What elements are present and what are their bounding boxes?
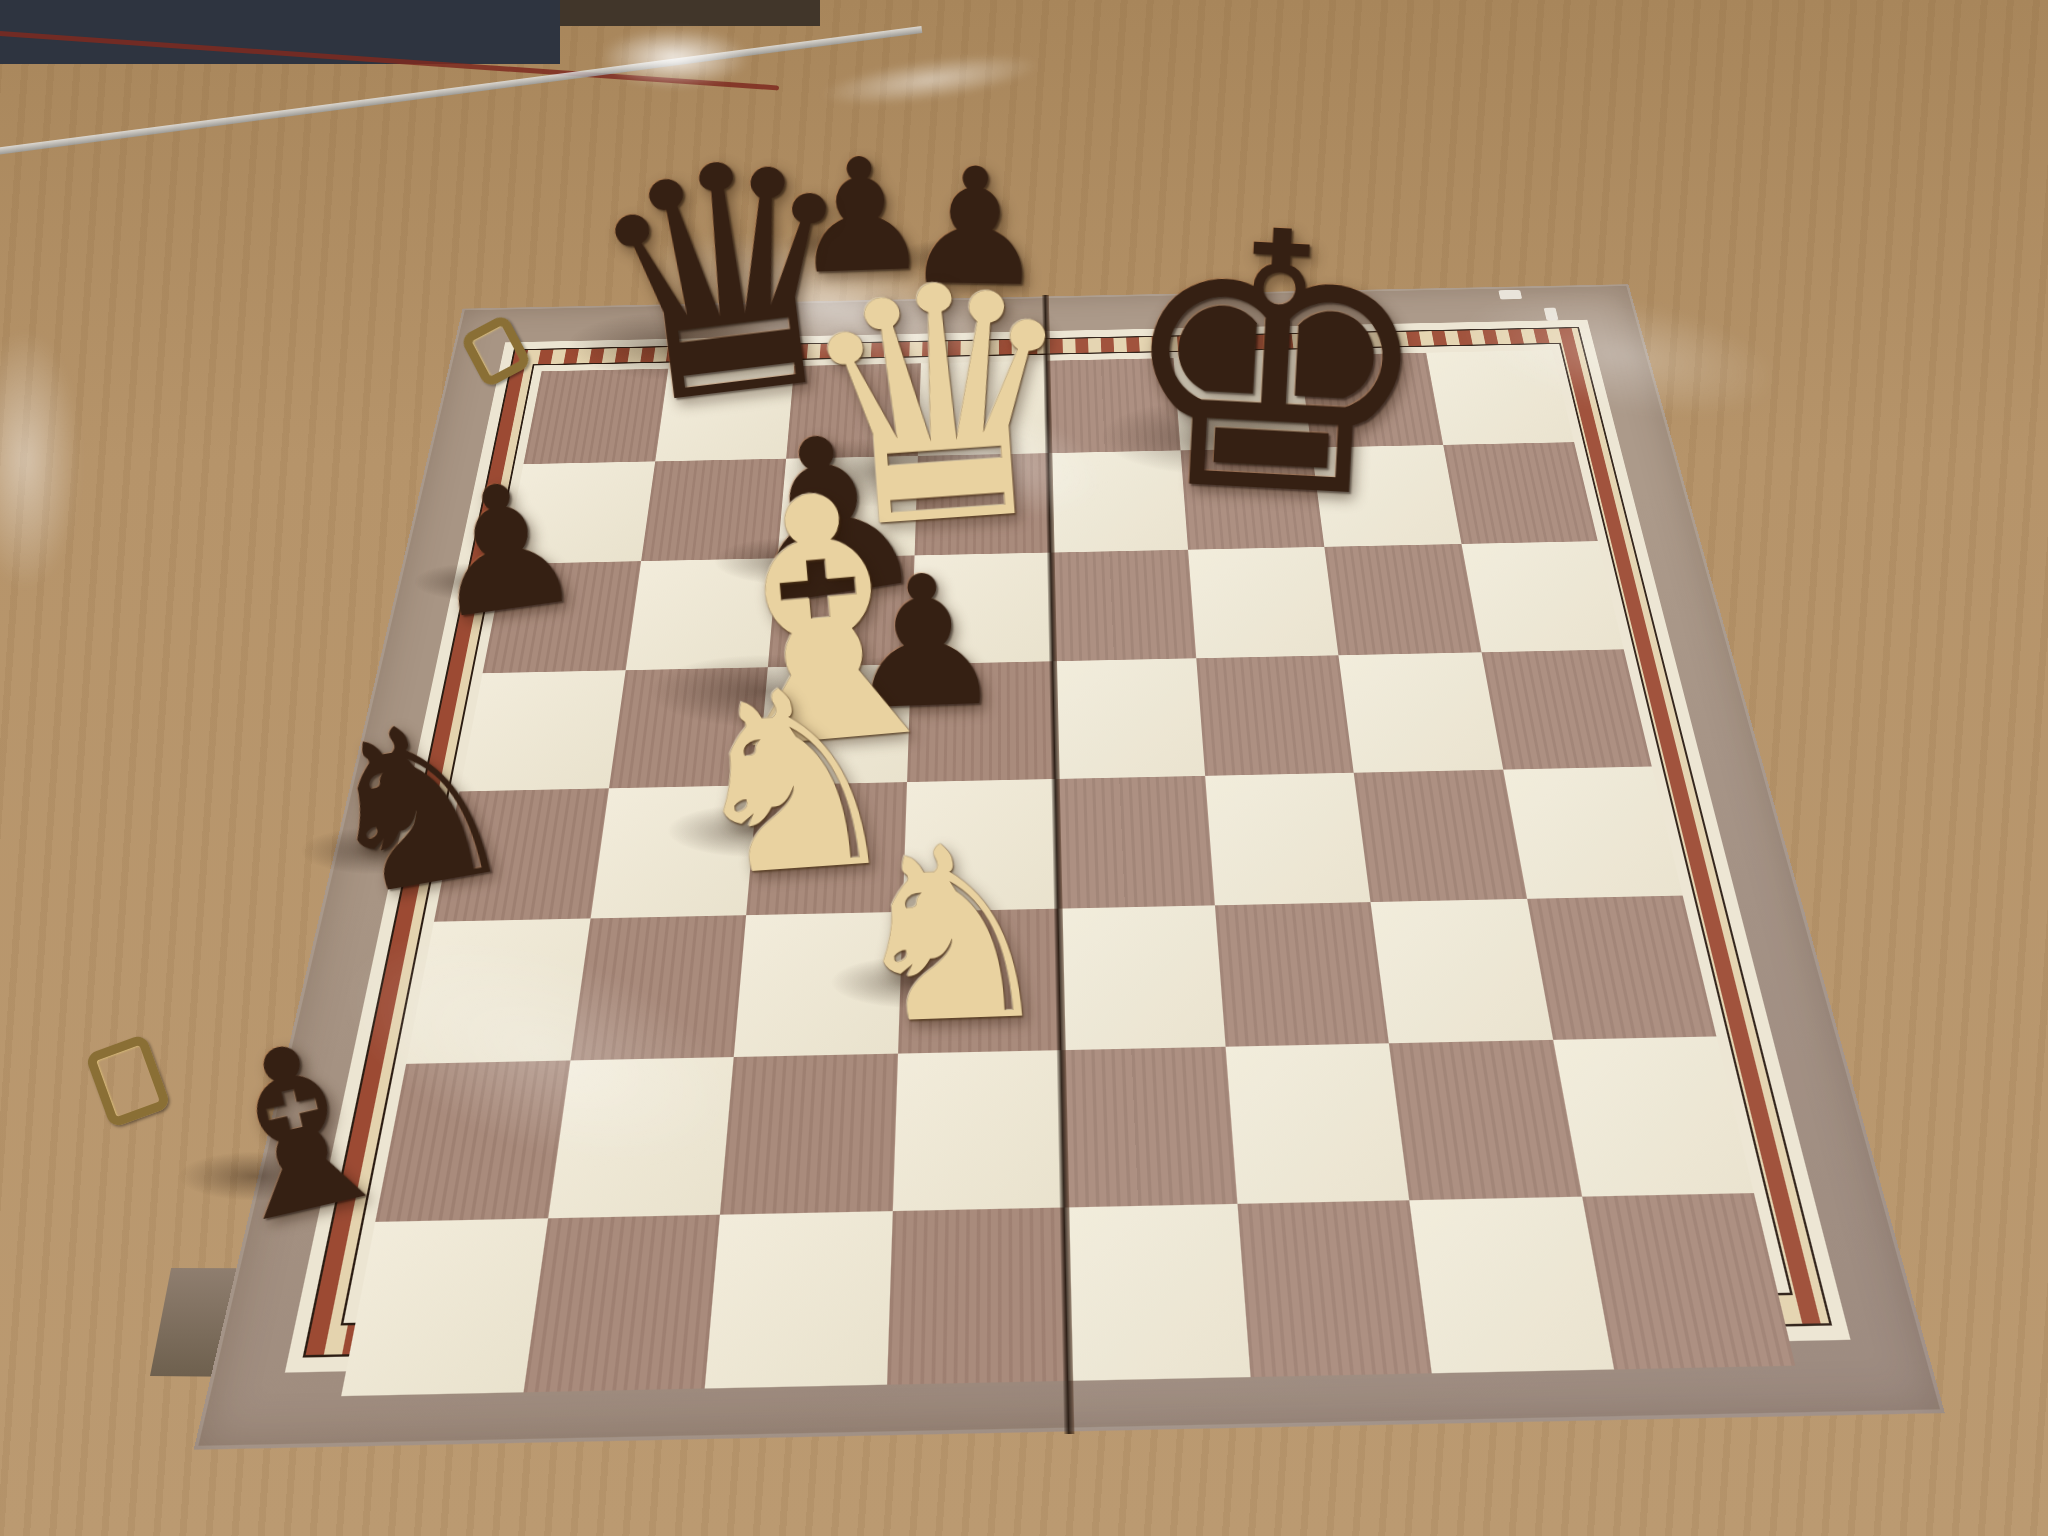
- frame-chip: [1498, 290, 1522, 300]
- square-d1: [886, 1207, 1068, 1385]
- piece-dark-king-f6: ♚: [1112, 179, 1444, 451]
- piece-dark-bishop-a1: ♝: [174, 999, 407, 1202]
- piece-dark-knight-a3: ♞: [300, 683, 521, 873]
- square-b1: [523, 1214, 720, 1392]
- square-b2: [548, 1057, 734, 1218]
- piece-dark-pawn-a5: ♟: [415, 454, 585, 598]
- square-c2: [720, 1054, 898, 1215]
- square-c1: [705, 1211, 893, 1389]
- square-b3: [570, 915, 746, 1061]
- piece-white-knight-d3: ♞: [840, 812, 1060, 991]
- photo-of-chess-board: ♟♟♛♛♚♟♟♝♟♞♞♞♝: [0, 0, 2048, 1536]
- square-a3: [406, 918, 590, 1064]
